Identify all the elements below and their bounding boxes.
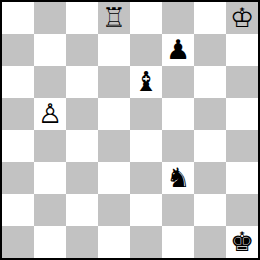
- square-c1[interactable]: [66, 226, 98, 258]
- square-e5[interactable]: [130, 98, 162, 130]
- square-d1[interactable]: [98, 226, 130, 258]
- square-f7[interactable]: ♟: [162, 34, 194, 66]
- square-d8[interactable]: ♖: [98, 2, 130, 34]
- black-knight-icon: ♞: [166, 162, 190, 194]
- square-c5[interactable]: [66, 98, 98, 130]
- square-e1[interactable]: [130, 226, 162, 258]
- white-rook-icon: ♖: [102, 2, 126, 34]
- square-h1[interactable]: ♚: [226, 226, 258, 258]
- square-b1[interactable]: [34, 226, 66, 258]
- square-d6[interactable]: [98, 66, 130, 98]
- square-a5[interactable]: [2, 98, 34, 130]
- square-a8[interactable]: [2, 2, 34, 34]
- square-f3[interactable]: ♞: [162, 162, 194, 194]
- square-c8[interactable]: [66, 2, 98, 34]
- square-g8[interactable]: [194, 2, 226, 34]
- square-e6[interactable]: ♝: [130, 66, 162, 98]
- square-e4[interactable]: [130, 130, 162, 162]
- square-h6[interactable]: [226, 66, 258, 98]
- square-c7[interactable]: [66, 34, 98, 66]
- black-king-icon: ♚: [230, 226, 254, 258]
- square-a4[interactable]: [2, 130, 34, 162]
- square-g4[interactable]: [194, 130, 226, 162]
- square-f6[interactable]: [162, 66, 194, 98]
- black-pawn-icon: ♟: [166, 34, 190, 66]
- square-c2[interactable]: [66, 194, 98, 226]
- square-h4[interactable]: [226, 130, 258, 162]
- square-h2[interactable]: [226, 194, 258, 226]
- square-e2[interactable]: [130, 194, 162, 226]
- square-f8[interactable]: [162, 2, 194, 34]
- square-d5[interactable]: [98, 98, 130, 130]
- square-b3[interactable]: [34, 162, 66, 194]
- square-b7[interactable]: [34, 34, 66, 66]
- square-b4[interactable]: [34, 130, 66, 162]
- square-a1[interactable]: [2, 226, 34, 258]
- square-b5[interactable]: ♙: [34, 98, 66, 130]
- black-bishop-icon: ♝: [134, 66, 158, 98]
- square-f5[interactable]: [162, 98, 194, 130]
- square-c4[interactable]: [66, 130, 98, 162]
- square-e3[interactable]: [130, 162, 162, 194]
- square-b8[interactable]: [34, 2, 66, 34]
- square-h3[interactable]: [226, 162, 258, 194]
- square-a3[interactable]: [2, 162, 34, 194]
- square-c6[interactable]: [66, 66, 98, 98]
- square-g6[interactable]: [194, 66, 226, 98]
- square-b2[interactable]: [34, 194, 66, 226]
- square-e7[interactable]: [130, 34, 162, 66]
- square-d4[interactable]: [98, 130, 130, 162]
- square-g5[interactable]: [194, 98, 226, 130]
- square-b6[interactable]: [34, 66, 66, 98]
- square-d3[interactable]: [98, 162, 130, 194]
- square-g3[interactable]: [194, 162, 226, 194]
- square-a6[interactable]: [2, 66, 34, 98]
- square-g2[interactable]: [194, 194, 226, 226]
- square-a2[interactable]: [2, 194, 34, 226]
- square-g7[interactable]: [194, 34, 226, 66]
- white-pawn-icon: ♙: [38, 98, 62, 130]
- square-d2[interactable]: [98, 194, 130, 226]
- square-f1[interactable]: [162, 226, 194, 258]
- square-f4[interactable]: [162, 130, 194, 162]
- square-h5[interactable]: [226, 98, 258, 130]
- white-king-icon: ♔: [230, 2, 254, 34]
- square-f2[interactable]: [162, 194, 194, 226]
- square-a7[interactable]: [2, 34, 34, 66]
- square-c3[interactable]: [66, 162, 98, 194]
- square-g1[interactable]: [194, 226, 226, 258]
- square-h7[interactable]: [226, 34, 258, 66]
- chess-board: ♖♔♟♝♙♞♚: [0, 0, 260, 260]
- square-e8[interactable]: [130, 2, 162, 34]
- square-h8[interactable]: ♔: [226, 2, 258, 34]
- square-d7[interactable]: [98, 34, 130, 66]
